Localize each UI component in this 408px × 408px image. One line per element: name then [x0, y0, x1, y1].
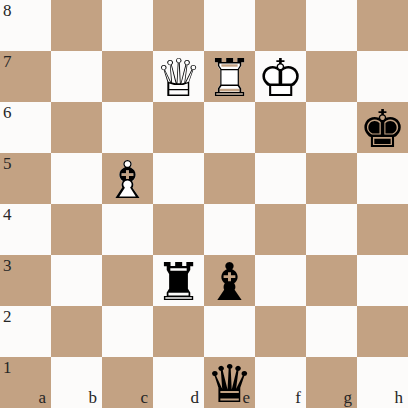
- rank-label-2: 2: [3, 308, 12, 325]
- square-e1[interactable]: e♛: [204, 357, 255, 408]
- square-h2[interactable]: [357, 306, 408, 357]
- square-c6[interactable]: [102, 102, 153, 153]
- piece-black-queen-e1[interactable]: ♛: [204, 358, 255, 408]
- rank-label-1: 1: [3, 359, 12, 376]
- square-h6[interactable]: ♚: [357, 102, 408, 153]
- square-c8[interactable]: [102, 0, 153, 51]
- square-g8[interactable]: [306, 0, 357, 51]
- square-d1[interactable]: d: [153, 357, 204, 408]
- square-g3[interactable]: [306, 255, 357, 306]
- square-a3[interactable]: 3: [0, 255, 51, 306]
- square-b8[interactable]: [51, 0, 102, 51]
- file-label-b: b: [89, 389, 98, 406]
- square-g5[interactable]: [306, 153, 357, 204]
- square-f8[interactable]: [255, 0, 306, 51]
- square-c4[interactable]: [102, 204, 153, 255]
- piece-white-queen-d7[interactable]: ♕: [153, 52, 204, 103]
- square-c3[interactable]: [102, 255, 153, 306]
- piece-black-bishop-e3[interactable]: ♝: [204, 256, 255, 307]
- square-c7[interactable]: [102, 51, 153, 102]
- square-b3[interactable]: [51, 255, 102, 306]
- piece-white-king-f7[interactable]: ♔: [255, 52, 306, 103]
- square-e8[interactable]: [204, 0, 255, 51]
- rank-label-6: 6: [3, 104, 12, 121]
- piece-white-rook-e7[interactable]: ♖: [204, 52, 255, 103]
- piece-black-rook-d3[interactable]: ♜: [153, 256, 204, 307]
- piece-white-bishop-c5[interactable]: ♗: [102, 154, 153, 205]
- square-c2[interactable]: [102, 306, 153, 357]
- square-e7[interactable]: ♜♖: [204, 51, 255, 102]
- piece-black-king-h6[interactable]: ♚: [357, 103, 408, 154]
- square-h4[interactable]: [357, 204, 408, 255]
- square-f7[interactable]: ♚♔: [255, 51, 306, 102]
- square-g1[interactable]: g: [306, 357, 357, 408]
- rank-label-3: 3: [3, 257, 12, 274]
- square-e2[interactable]: [204, 306, 255, 357]
- square-f5[interactable]: [255, 153, 306, 204]
- square-f6[interactable]: [255, 102, 306, 153]
- square-a4[interactable]: 4: [0, 204, 51, 255]
- square-e3[interactable]: ♝: [204, 255, 255, 306]
- square-h5[interactable]: [357, 153, 408, 204]
- square-b5[interactable]: [51, 153, 102, 204]
- square-h8[interactable]: [357, 0, 408, 51]
- square-d4[interactable]: [153, 204, 204, 255]
- rank-label-4: 4: [3, 206, 12, 223]
- square-b7[interactable]: [51, 51, 102, 102]
- square-a7[interactable]: 7: [0, 51, 51, 102]
- square-a2[interactable]: 2: [0, 306, 51, 357]
- square-h1[interactable]: h: [357, 357, 408, 408]
- rank-label-7: 7: [3, 53, 12, 70]
- square-g2[interactable]: [306, 306, 357, 357]
- square-d3[interactable]: ♜: [153, 255, 204, 306]
- square-d5[interactable]: [153, 153, 204, 204]
- square-d2[interactable]: [153, 306, 204, 357]
- chess-board: 87♛♕♜♖♚♔6♚5♝♗43♜♝21abcde♛fgh: [0, 0, 408, 408]
- square-e6[interactable]: [204, 102, 255, 153]
- rank-label-5: 5: [3, 155, 12, 172]
- file-label-f: f: [295, 389, 301, 406]
- file-label-a: a: [38, 389, 46, 406]
- square-d8[interactable]: [153, 0, 204, 51]
- file-label-g: g: [344, 389, 353, 406]
- square-f3[interactable]: [255, 255, 306, 306]
- square-h3[interactable]: [357, 255, 408, 306]
- square-f4[interactable]: [255, 204, 306, 255]
- square-b6[interactable]: [51, 102, 102, 153]
- square-g7[interactable]: [306, 51, 357, 102]
- square-a1[interactable]: 1a: [0, 357, 51, 408]
- file-label-d: d: [191, 389, 200, 406]
- square-g4[interactable]: [306, 204, 357, 255]
- square-b4[interactable]: [51, 204, 102, 255]
- square-e5[interactable]: [204, 153, 255, 204]
- square-b2[interactable]: [51, 306, 102, 357]
- square-d6[interactable]: [153, 102, 204, 153]
- square-f2[interactable]: [255, 306, 306, 357]
- square-h7[interactable]: [357, 51, 408, 102]
- square-a5[interactable]: 5: [0, 153, 51, 204]
- square-a8[interactable]: 8: [0, 0, 51, 51]
- square-f1[interactable]: f: [255, 357, 306, 408]
- square-b1[interactable]: b: [51, 357, 102, 408]
- square-c1[interactable]: c: [102, 357, 153, 408]
- square-g6[interactable]: [306, 102, 357, 153]
- square-c5[interactable]: ♝♗: [102, 153, 153, 204]
- square-a6[interactable]: 6: [0, 102, 51, 153]
- file-label-c: c: [140, 389, 148, 406]
- square-e4[interactable]: [204, 204, 255, 255]
- rank-label-8: 8: [3, 2, 12, 19]
- file-label-h: h: [395, 389, 404, 406]
- square-d7[interactable]: ♛♕: [153, 51, 204, 102]
